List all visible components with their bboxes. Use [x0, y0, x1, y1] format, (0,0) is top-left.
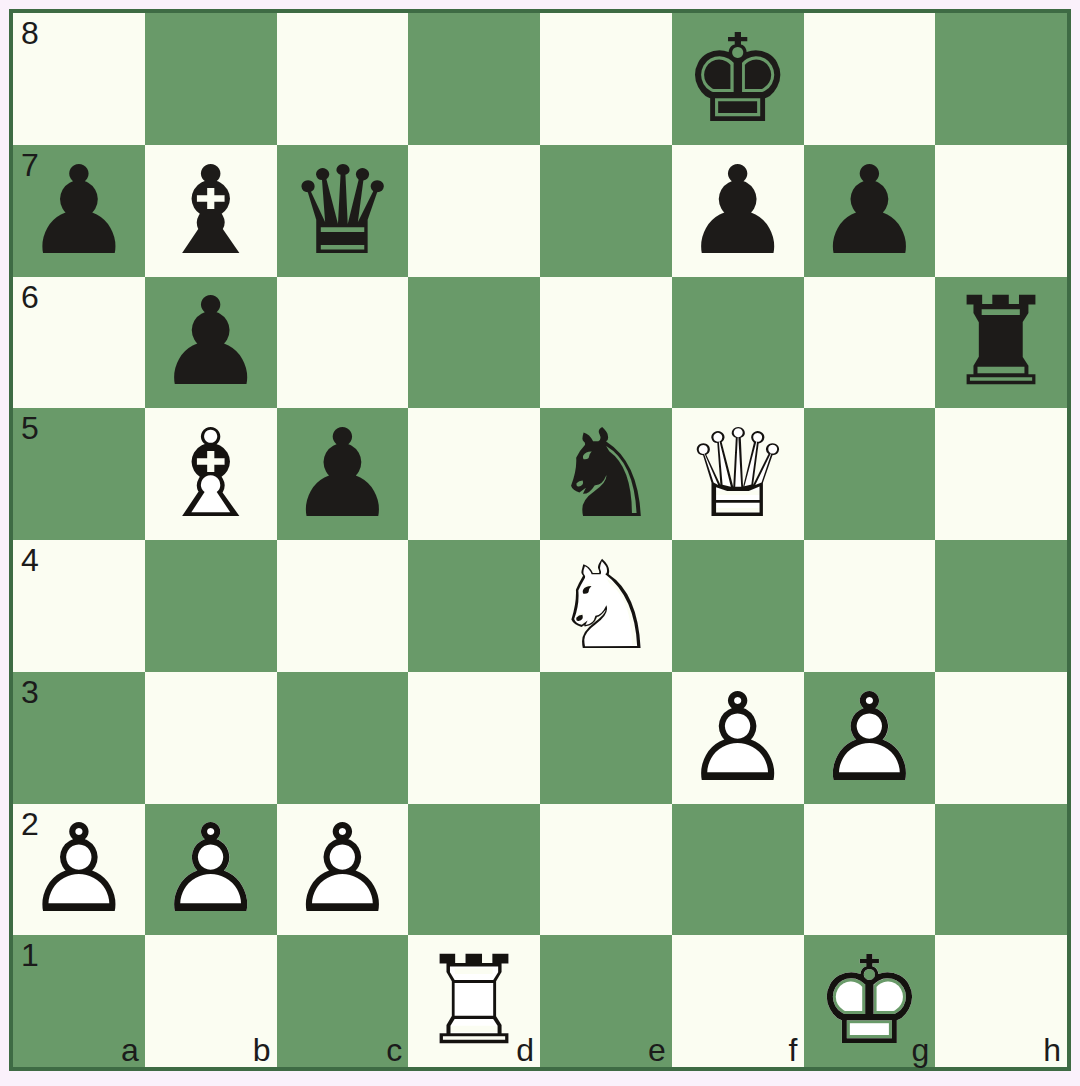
square-f8[interactable]: ♚ — [672, 13, 804, 145]
square-a5[interactable]: 5 — [13, 408, 145, 540]
piece-white-bishop[interactable]: ♝♗ — [145, 408, 277, 540]
piece-white-king[interactable]: ♚♔ — [804, 935, 936, 1067]
black-queen-glyph: ♛ — [277, 145, 409, 277]
square-e1[interactable]: e — [540, 935, 672, 1067]
square-d2[interactable] — [408, 804, 540, 936]
square-e5[interactable]: ♞ — [540, 408, 672, 540]
white-queen-glyph: ♕ — [672, 408, 804, 540]
white-king-glyph: ♔ — [804, 935, 936, 1067]
file-label: e — [648, 1034, 666, 1066]
square-f4[interactable] — [672, 540, 804, 672]
black-bishop-glyph: ♝ — [145, 145, 277, 277]
square-h1[interactable]: h — [935, 935, 1067, 1067]
square-b3[interactable] — [145, 672, 277, 804]
page-background: 8♚7♟♝♛♟♟6♟♜5♝♗♟♞♛♕4♞♘3♟♙♟♙2♟♙♟♙♟♙1abcd♜♖… — [0, 0, 1080, 1086]
file-label: b — [253, 1034, 271, 1066]
black-king-glyph: ♚ — [672, 13, 804, 145]
square-c3[interactable] — [277, 672, 409, 804]
square-h5[interactable] — [935, 408, 1067, 540]
white-pawn-glyph: ♙ — [672, 672, 804, 804]
piece-white-pawn[interactable]: ♟♙ — [13, 804, 145, 936]
white-rook-glyph: ♖ — [408, 935, 540, 1067]
square-c4[interactable] — [277, 540, 409, 672]
piece-black-queen[interactable]: ♛ — [277, 145, 409, 277]
white-pawn-glyph: ♙ — [804, 672, 936, 804]
rank-label: 5 — [21, 412, 39, 444]
file-label: c — [386, 1034, 402, 1066]
square-c5[interactable]: ♟ — [277, 408, 409, 540]
rank-label: 4 — [21, 544, 39, 576]
file-label: h — [1043, 1034, 1061, 1066]
square-a1[interactable]: 1a — [13, 935, 145, 1067]
white-bishop-glyph: ♗ — [145, 408, 277, 540]
piece-black-pawn[interactable]: ♟ — [804, 145, 936, 277]
square-e8[interactable] — [540, 13, 672, 145]
square-c7[interactable]: ♛ — [277, 145, 409, 277]
piece-white-pawn[interactable]: ♟♙ — [145, 804, 277, 936]
square-g2[interactable] — [804, 804, 936, 936]
square-g8[interactable] — [804, 13, 936, 145]
square-h4[interactable] — [935, 540, 1067, 672]
black-pawn-glyph: ♟ — [277, 408, 409, 540]
square-b2[interactable]: ♟♙ — [145, 804, 277, 936]
file-label: a — [121, 1034, 139, 1066]
piece-black-rook[interactable]: ♜ — [935, 277, 1067, 409]
square-d5[interactable] — [408, 408, 540, 540]
square-g3[interactable]: ♟♙ — [804, 672, 936, 804]
square-h6[interactable]: ♜ — [935, 277, 1067, 409]
file-label: f — [789, 1034, 798, 1066]
square-e4[interactable]: ♞♘ — [540, 540, 672, 672]
rank-label: 8 — [21, 17, 39, 49]
square-b6[interactable]: ♟ — [145, 277, 277, 409]
square-b5[interactable]: ♝♗ — [145, 408, 277, 540]
white-pawn-glyph: ♙ — [277, 804, 409, 936]
square-a6[interactable]: 6 — [13, 277, 145, 409]
piece-white-pawn[interactable]: ♟♙ — [672, 672, 804, 804]
square-g7[interactable]: ♟ — [804, 145, 936, 277]
black-rook-glyph: ♜ — [935, 277, 1067, 409]
square-b4[interactable] — [145, 540, 277, 672]
black-knight-glyph: ♞ — [540, 408, 672, 540]
square-e7[interactable] — [540, 145, 672, 277]
square-c8[interactable] — [277, 13, 409, 145]
piece-black-pawn[interactable]: ♟ — [672, 145, 804, 277]
square-g5[interactable] — [804, 408, 936, 540]
piece-black-pawn[interactable]: ♟ — [277, 408, 409, 540]
piece-black-pawn[interactable]: ♟ — [145, 277, 277, 409]
square-b7[interactable]: ♝ — [145, 145, 277, 277]
square-a4[interactable]: 4 — [13, 540, 145, 672]
square-f7[interactable]: ♟ — [672, 145, 804, 277]
square-c6[interactable] — [277, 277, 409, 409]
rank-label: 6 — [21, 281, 39, 313]
square-a2[interactable]: 2♟♙ — [13, 804, 145, 936]
square-b1[interactable]: b — [145, 935, 277, 1067]
square-e6[interactable] — [540, 277, 672, 409]
square-d3[interactable] — [408, 672, 540, 804]
square-f5[interactable]: ♛♕ — [672, 408, 804, 540]
chess-board: 8♚7♟♝♛♟♟6♟♜5♝♗♟♞♛♕4♞♘3♟♙♟♙2♟♙♟♙♟♙1abcd♜♖… — [9, 9, 1071, 1071]
square-g4[interactable] — [804, 540, 936, 672]
square-d1[interactable]: d♜♖ — [408, 935, 540, 1067]
piece-white-queen[interactable]: ♛♕ — [672, 408, 804, 540]
square-h7[interactable] — [935, 145, 1067, 277]
piece-white-rook[interactable]: ♜♖ — [408, 935, 540, 1067]
square-a8[interactable]: 8 — [13, 13, 145, 145]
piece-black-pawn[interactable]: ♟ — [13, 145, 145, 277]
square-e3[interactable] — [540, 672, 672, 804]
square-a7[interactable]: 7♟ — [13, 145, 145, 277]
square-h8[interactable] — [935, 13, 1067, 145]
rank-label: 3 — [21, 676, 39, 708]
square-h3[interactable] — [935, 672, 1067, 804]
square-c1[interactable]: c — [277, 935, 409, 1067]
white-knight-glyph: ♘ — [540, 540, 672, 672]
black-pawn-glyph: ♟ — [145, 277, 277, 409]
square-g6[interactable] — [804, 277, 936, 409]
square-g1[interactable]: g♚♔ — [804, 935, 936, 1067]
square-e2[interactable] — [540, 804, 672, 936]
square-a3[interactable]: 3 — [13, 672, 145, 804]
square-d4[interactable] — [408, 540, 540, 672]
white-pawn-glyph: ♙ — [13, 804, 145, 936]
square-f3[interactable]: ♟♙ — [672, 672, 804, 804]
rank-label: 1 — [21, 939, 39, 971]
square-f6[interactable] — [672, 277, 804, 409]
piece-black-knight[interactable]: ♞ — [540, 408, 672, 540]
piece-black-king[interactable]: ♚ — [672, 13, 804, 145]
square-d6[interactable] — [408, 277, 540, 409]
piece-white-pawn[interactable]: ♟♙ — [804, 672, 936, 804]
square-f1[interactable]: f — [672, 935, 804, 1067]
piece-black-bishop[interactable]: ♝ — [145, 145, 277, 277]
black-pawn-glyph: ♟ — [672, 145, 804, 277]
piece-white-knight[interactable]: ♞♘ — [540, 540, 672, 672]
square-d8[interactable] — [408, 13, 540, 145]
square-h2[interactable] — [935, 804, 1067, 936]
square-d7[interactable] — [408, 145, 540, 277]
piece-white-pawn[interactable]: ♟♙ — [277, 804, 409, 936]
square-b8[interactable] — [145, 13, 277, 145]
square-c2[interactable]: ♟♙ — [277, 804, 409, 936]
white-pawn-glyph: ♙ — [145, 804, 277, 936]
black-pawn-glyph: ♟ — [13, 145, 145, 277]
black-pawn-glyph: ♟ — [804, 145, 936, 277]
square-f2[interactable] — [672, 804, 804, 936]
